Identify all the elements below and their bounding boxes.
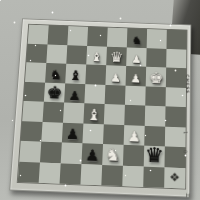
square-c8[interactable] bbox=[67, 26, 88, 45]
square-b4[interactable] bbox=[43, 102, 65, 123]
piece-white-pawn-f3[interactable]: ♟ bbox=[127, 130, 141, 145]
square-c7[interactable] bbox=[66, 45, 87, 65]
square-c4[interactable] bbox=[63, 102, 84, 123]
square-e8[interactable] bbox=[107, 28, 127, 47]
square-c3[interactable]: ♟ bbox=[62, 122, 84, 143]
square-f8[interactable]: ♞ bbox=[127, 28, 147, 47]
square-e4[interactable] bbox=[104, 104, 125, 125]
square-h1[interactable]: ❖ bbox=[164, 167, 185, 189]
square-c1[interactable] bbox=[60, 163, 82, 185]
square-d4[interactable]: ♝ bbox=[83, 103, 104, 124]
piece-white-king-g6[interactable]: ♚ bbox=[148, 70, 163, 86]
frame-mark-top: 1 bbox=[183, 131, 189, 135]
square-e3[interactable] bbox=[103, 124, 124, 145]
chess-board: ♞♝♛♟♞♝♟♟♚♚♟♝♟♟♟♞♛❖ CHESS 1 0 H bbox=[9, 18, 191, 197]
square-h3[interactable] bbox=[165, 126, 186, 147]
square-d3[interactable] bbox=[82, 123, 103, 144]
piece-white-bishop-d4[interactable]: ♝ bbox=[86, 107, 101, 123]
square-b5[interactable]: ♚ bbox=[44, 82, 65, 102]
square-e5[interactable] bbox=[105, 84, 126, 104]
square-f2[interactable] bbox=[123, 145, 144, 166]
frame-brand-label: CHESS bbox=[185, 74, 190, 94]
square-g6[interactable]: ♚ bbox=[146, 67, 166, 87]
square-g7[interactable] bbox=[146, 48, 166, 68]
piece-black-pawn-c5[interactable]: ♟ bbox=[68, 90, 80, 103]
square-b8[interactable] bbox=[48, 25, 69, 44]
square-b3[interactable] bbox=[41, 122, 63, 143]
frame-corner-letter: H bbox=[186, 192, 191, 199]
square-a7[interactable] bbox=[26, 43, 47, 63]
piece-black-pawn-c3[interactable]: ♟ bbox=[66, 128, 80, 143]
square-d1[interactable] bbox=[80, 164, 102, 186]
piece-white-pawn-f6[interactable]: ♟ bbox=[130, 73, 141, 85]
square-f4[interactable] bbox=[124, 105, 145, 126]
piece-black-bishop-c6[interactable]: ♝ bbox=[69, 69, 82, 83]
square-c6[interactable]: ♝ bbox=[65, 64, 86, 84]
piece-black-queen-g2[interactable]: ♛ bbox=[145, 145, 164, 166]
square-f5[interactable] bbox=[125, 85, 146, 105]
square-a1[interactable] bbox=[18, 161, 40, 183]
square-g1[interactable] bbox=[143, 166, 164, 188]
square-d8[interactable] bbox=[87, 27, 108, 46]
square-f6[interactable]: ♟ bbox=[126, 66, 147, 86]
square-g5[interactable] bbox=[145, 86, 166, 106]
dust-speckles bbox=[0, 0, 1, 1]
square-d2[interactable]: ♟ bbox=[81, 143, 103, 164]
piece-white-pawn-e6[interactable]: ♟ bbox=[110, 72, 121, 84]
board-grid: ♞♝♛♟♞♝♟♟♚♚♟♝♟♟♟♞♛❖ bbox=[17, 24, 188, 190]
piece-black-king-b5[interactable]: ♚ bbox=[46, 84, 63, 101]
square-g2[interactable]: ♛ bbox=[144, 146, 165, 167]
square-f1[interactable] bbox=[122, 165, 143, 187]
square-e7[interactable]: ♛ bbox=[106, 46, 127, 66]
square-a2[interactable] bbox=[19, 141, 41, 162]
piece-white-bishop-d7[interactable]: ♝ bbox=[90, 51, 102, 64]
square-f3[interactable]: ♟ bbox=[124, 125, 145, 146]
square-g4[interactable] bbox=[145, 106, 166, 127]
square-h5[interactable] bbox=[166, 87, 186, 107]
square-a6[interactable] bbox=[25, 62, 46, 82]
piece-white-pawn-f7[interactable]: ♟ bbox=[131, 55, 141, 66]
square-b1[interactable] bbox=[39, 162, 61, 184]
piece-black-knight-b6[interactable]: ♞ bbox=[49, 69, 62, 82]
square-d7[interactable]: ♝ bbox=[86, 46, 107, 66]
square-e6[interactable]: ♟ bbox=[105, 65, 126, 85]
piece-white-queen-e7[interactable]: ♛ bbox=[109, 50, 123, 65]
square-a8[interactable] bbox=[28, 25, 49, 44]
square-b7[interactable] bbox=[46, 44, 67, 64]
square-a5[interactable] bbox=[24, 81, 45, 101]
piece-black-knight-f8[interactable]: ♞ bbox=[132, 36, 143, 47]
square-c2[interactable] bbox=[61, 142, 83, 163]
square-h4[interactable] bbox=[165, 106, 186, 127]
square-d5[interactable] bbox=[84, 84, 105, 104]
square-c5[interactable]: ♟ bbox=[64, 83, 85, 103]
square-f7[interactable]: ♟ bbox=[126, 47, 146, 67]
square-h7[interactable] bbox=[166, 48, 186, 68]
square-h8[interactable] bbox=[166, 30, 186, 49]
square-h6[interactable] bbox=[166, 67, 186, 87]
frame-mark-bottom: 0 bbox=[182, 150, 188, 154]
square-d6[interactable] bbox=[85, 64, 106, 84]
piece-black-pawn-d2[interactable]: ♟ bbox=[85, 148, 100, 164]
photo-scene: ♞♝♛♟♞♝♟♟♚♚♟♝♟♟♟♞♛❖ CHESS 1 0 H bbox=[0, 0, 200, 200]
board-emblem-icon: ❖ bbox=[164, 167, 185, 189]
square-e1[interactable] bbox=[101, 164, 123, 186]
piece-white-knight-e2[interactable]: ♞ bbox=[105, 147, 121, 164]
square-a3[interactable] bbox=[21, 121, 43, 142]
square-a4[interactable] bbox=[22, 101, 44, 122]
square-b2[interactable] bbox=[40, 142, 62, 163]
square-e2[interactable]: ♞ bbox=[102, 144, 123, 165]
square-b6[interactable]: ♞ bbox=[45, 63, 66, 83]
square-g8[interactable] bbox=[147, 29, 167, 48]
